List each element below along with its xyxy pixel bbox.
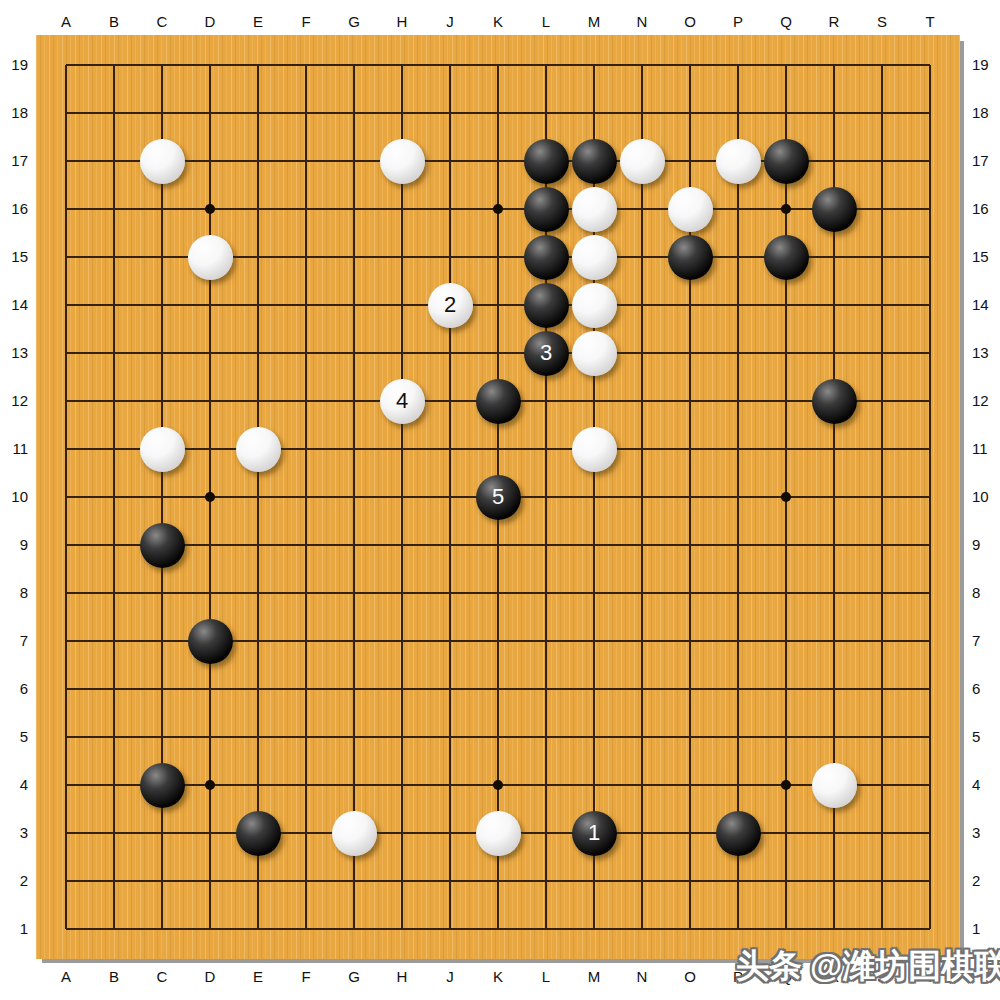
intersection-E2[interactable] xyxy=(234,857,282,905)
intersection-E15[interactable] xyxy=(234,233,282,281)
intersection-S14[interactable] xyxy=(858,281,906,329)
intersection-P10[interactable] xyxy=(714,473,762,521)
intersection-P4[interactable] xyxy=(714,761,762,809)
intersection-F18[interactable] xyxy=(282,89,330,137)
intersection-Q7[interactable] xyxy=(762,617,810,665)
intersection-Q15[interactable] xyxy=(762,233,810,281)
intersection-Q19[interactable] xyxy=(762,41,810,89)
intersection-H19[interactable] xyxy=(378,41,426,89)
intersection-G8[interactable] xyxy=(330,569,378,617)
intersection-C15[interactable] xyxy=(138,233,186,281)
intersection-B14[interactable] xyxy=(90,281,138,329)
intersection-N19[interactable] xyxy=(618,41,666,89)
intersection-D18[interactable] xyxy=(186,89,234,137)
intersection-R4[interactable] xyxy=(810,761,858,809)
intersection-L8[interactable] xyxy=(522,569,570,617)
intersection-N4[interactable] xyxy=(618,761,666,809)
intersection-D9[interactable] xyxy=(186,521,234,569)
intersection-H8[interactable] xyxy=(378,569,426,617)
intersection-Q6[interactable] xyxy=(762,665,810,713)
intersection-B10[interactable] xyxy=(90,473,138,521)
intersection-R3[interactable] xyxy=(810,809,858,857)
intersection-Q12[interactable] xyxy=(762,377,810,425)
intersection-C5[interactable] xyxy=(138,713,186,761)
intersection-T15[interactable] xyxy=(906,233,954,281)
intersection-F11[interactable] xyxy=(282,425,330,473)
intersection-S17[interactable] xyxy=(858,137,906,185)
intersection-L5[interactable] xyxy=(522,713,570,761)
intersection-M3[interactable]: 1 xyxy=(570,809,618,857)
intersection-R2[interactable] xyxy=(810,857,858,905)
intersection-T7[interactable] xyxy=(906,617,954,665)
intersection-N5[interactable] xyxy=(618,713,666,761)
intersection-Q10[interactable] xyxy=(762,473,810,521)
intersection-N18[interactable] xyxy=(618,89,666,137)
intersection-T3[interactable] xyxy=(906,809,954,857)
intersection-T14[interactable] xyxy=(906,281,954,329)
intersection-J18[interactable] xyxy=(426,89,474,137)
intersection-J13[interactable] xyxy=(426,329,474,377)
intersection-F12[interactable] xyxy=(282,377,330,425)
intersection-A8[interactable] xyxy=(42,569,90,617)
intersection-D1[interactable] xyxy=(186,905,234,953)
intersection-E12[interactable] xyxy=(234,377,282,425)
intersection-G10[interactable] xyxy=(330,473,378,521)
intersection-C12[interactable] xyxy=(138,377,186,425)
intersection-A14[interactable] xyxy=(42,281,90,329)
intersection-R17[interactable] xyxy=(810,137,858,185)
intersection-G17[interactable] xyxy=(330,137,378,185)
intersection-N3[interactable] xyxy=(618,809,666,857)
intersection-D2[interactable] xyxy=(186,857,234,905)
intersection-G2[interactable] xyxy=(330,857,378,905)
intersection-R19[interactable] xyxy=(810,41,858,89)
intersection-K8[interactable] xyxy=(474,569,522,617)
intersection-Q17[interactable] xyxy=(762,137,810,185)
intersection-B5[interactable] xyxy=(90,713,138,761)
intersection-G9[interactable] xyxy=(330,521,378,569)
intersection-M17[interactable] xyxy=(570,137,618,185)
intersection-F14[interactable] xyxy=(282,281,330,329)
intersection-Q5[interactable] xyxy=(762,713,810,761)
intersection-C6[interactable] xyxy=(138,665,186,713)
intersection-L2[interactable] xyxy=(522,857,570,905)
intersection-H13[interactable] xyxy=(378,329,426,377)
intersection-T4[interactable] xyxy=(906,761,954,809)
intersection-K14[interactable] xyxy=(474,281,522,329)
intersection-B7[interactable] xyxy=(90,617,138,665)
intersection-L9[interactable] xyxy=(522,521,570,569)
intersection-K16[interactable] xyxy=(474,185,522,233)
intersection-S13[interactable] xyxy=(858,329,906,377)
intersection-F17[interactable] xyxy=(282,137,330,185)
intersection-O8[interactable] xyxy=(666,569,714,617)
intersection-E8[interactable] xyxy=(234,569,282,617)
intersection-O11[interactable] xyxy=(666,425,714,473)
intersection-P17[interactable] xyxy=(714,137,762,185)
intersection-A12[interactable] xyxy=(42,377,90,425)
intersection-L3[interactable] xyxy=(522,809,570,857)
intersection-S8[interactable] xyxy=(858,569,906,617)
intersection-O6[interactable] xyxy=(666,665,714,713)
intersection-S16[interactable] xyxy=(858,185,906,233)
intersection-L17[interactable] xyxy=(522,137,570,185)
intersection-L19[interactable] xyxy=(522,41,570,89)
intersection-R11[interactable] xyxy=(810,425,858,473)
intersection-E7[interactable] xyxy=(234,617,282,665)
intersection-H2[interactable] xyxy=(378,857,426,905)
intersection-J2[interactable] xyxy=(426,857,474,905)
intersection-N17[interactable] xyxy=(618,137,666,185)
intersection-B2[interactable] xyxy=(90,857,138,905)
intersection-H15[interactable] xyxy=(378,233,426,281)
intersection-H6[interactable] xyxy=(378,665,426,713)
intersection-J19[interactable] xyxy=(426,41,474,89)
intersection-K1[interactable] xyxy=(474,905,522,953)
intersection-A16[interactable] xyxy=(42,185,90,233)
intersection-E18[interactable] xyxy=(234,89,282,137)
intersection-R18[interactable] xyxy=(810,89,858,137)
intersection-K12[interactable] xyxy=(474,377,522,425)
intersection-J9[interactable] xyxy=(426,521,474,569)
intersection-B1[interactable] xyxy=(90,905,138,953)
intersection-J16[interactable] xyxy=(426,185,474,233)
intersection-A15[interactable] xyxy=(42,233,90,281)
intersection-K10[interactable]: 5 xyxy=(474,473,522,521)
intersection-F2[interactable] xyxy=(282,857,330,905)
intersection-S4[interactable] xyxy=(858,761,906,809)
intersection-O16[interactable] xyxy=(666,185,714,233)
intersection-J3[interactable] xyxy=(426,809,474,857)
intersection-Q8[interactable] xyxy=(762,569,810,617)
intersection-T9[interactable] xyxy=(906,521,954,569)
intersection-P11[interactable] xyxy=(714,425,762,473)
intersection-S19[interactable] xyxy=(858,41,906,89)
intersection-A3[interactable] xyxy=(42,809,90,857)
intersection-L12[interactable] xyxy=(522,377,570,425)
intersection-H12[interactable]: 4 xyxy=(378,377,426,425)
intersection-T18[interactable] xyxy=(906,89,954,137)
intersection-L15[interactable] xyxy=(522,233,570,281)
intersection-O5[interactable] xyxy=(666,713,714,761)
intersection-F15[interactable] xyxy=(282,233,330,281)
intersection-M6[interactable] xyxy=(570,665,618,713)
intersection-O9[interactable] xyxy=(666,521,714,569)
intersection-T12[interactable] xyxy=(906,377,954,425)
intersection-R15[interactable] xyxy=(810,233,858,281)
intersection-G4[interactable] xyxy=(330,761,378,809)
intersection-O10[interactable] xyxy=(666,473,714,521)
intersection-J1[interactable] xyxy=(426,905,474,953)
intersection-L18[interactable] xyxy=(522,89,570,137)
intersection-E4[interactable] xyxy=(234,761,282,809)
intersection-Q13[interactable] xyxy=(762,329,810,377)
intersection-H18[interactable] xyxy=(378,89,426,137)
intersection-S5[interactable] xyxy=(858,713,906,761)
intersection-M13[interactable] xyxy=(570,329,618,377)
intersection-H16[interactable] xyxy=(378,185,426,233)
intersection-F19[interactable] xyxy=(282,41,330,89)
intersection-E9[interactable] xyxy=(234,521,282,569)
intersection-S3[interactable] xyxy=(858,809,906,857)
intersection-A10[interactable] xyxy=(42,473,90,521)
intersection-F4[interactable] xyxy=(282,761,330,809)
intersection-O13[interactable] xyxy=(666,329,714,377)
intersection-B19[interactable] xyxy=(90,41,138,89)
intersection-D11[interactable] xyxy=(186,425,234,473)
intersection-A11[interactable] xyxy=(42,425,90,473)
intersection-B11[interactable] xyxy=(90,425,138,473)
intersection-D8[interactable] xyxy=(186,569,234,617)
intersection-A9[interactable] xyxy=(42,521,90,569)
intersection-J7[interactable] xyxy=(426,617,474,665)
intersection-D17[interactable] xyxy=(186,137,234,185)
intersection-E13[interactable] xyxy=(234,329,282,377)
intersection-Q4[interactable] xyxy=(762,761,810,809)
intersection-N16[interactable] xyxy=(618,185,666,233)
intersection-M15[interactable] xyxy=(570,233,618,281)
intersection-C10[interactable] xyxy=(138,473,186,521)
intersection-S2[interactable] xyxy=(858,857,906,905)
intersection-C1[interactable] xyxy=(138,905,186,953)
intersection-F10[interactable] xyxy=(282,473,330,521)
intersection-O14[interactable] xyxy=(666,281,714,329)
intersection-E14[interactable] xyxy=(234,281,282,329)
intersection-L10[interactable] xyxy=(522,473,570,521)
intersection-O7[interactable] xyxy=(666,617,714,665)
intersection-Q16[interactable] xyxy=(762,185,810,233)
intersection-G5[interactable] xyxy=(330,713,378,761)
intersection-D15[interactable] xyxy=(186,233,234,281)
intersection-S11[interactable] xyxy=(858,425,906,473)
intersection-M16[interactable] xyxy=(570,185,618,233)
intersection-M9[interactable] xyxy=(570,521,618,569)
intersection-N15[interactable] xyxy=(618,233,666,281)
intersection-D4[interactable] xyxy=(186,761,234,809)
intersection-D10[interactable] xyxy=(186,473,234,521)
intersection-C16[interactable] xyxy=(138,185,186,233)
intersection-K15[interactable] xyxy=(474,233,522,281)
intersection-M1[interactable] xyxy=(570,905,618,953)
intersection-E5[interactable] xyxy=(234,713,282,761)
intersection-M12[interactable] xyxy=(570,377,618,425)
intersection-E19[interactable] xyxy=(234,41,282,89)
intersection-A7[interactable] xyxy=(42,617,90,665)
intersection-A2[interactable] xyxy=(42,857,90,905)
intersection-M5[interactable] xyxy=(570,713,618,761)
intersection-M2[interactable] xyxy=(570,857,618,905)
intersection-Q18[interactable] xyxy=(762,89,810,137)
intersection-F5[interactable] xyxy=(282,713,330,761)
intersection-C8[interactable] xyxy=(138,569,186,617)
intersection-M4[interactable] xyxy=(570,761,618,809)
intersection-K2[interactable] xyxy=(474,857,522,905)
intersection-N7[interactable] xyxy=(618,617,666,665)
intersection-G13[interactable] xyxy=(330,329,378,377)
intersection-D13[interactable] xyxy=(186,329,234,377)
intersection-A19[interactable] xyxy=(42,41,90,89)
intersection-T19[interactable] xyxy=(906,41,954,89)
intersection-N11[interactable] xyxy=(618,425,666,473)
intersection-A5[interactable] xyxy=(42,713,90,761)
intersection-J14[interactable]: 2 xyxy=(426,281,474,329)
intersection-P18[interactable] xyxy=(714,89,762,137)
intersection-R13[interactable] xyxy=(810,329,858,377)
intersection-N10[interactable] xyxy=(618,473,666,521)
intersection-G1[interactable] xyxy=(330,905,378,953)
intersection-N1[interactable] xyxy=(618,905,666,953)
intersection-C17[interactable] xyxy=(138,137,186,185)
intersection-C4[interactable] xyxy=(138,761,186,809)
intersection-P14[interactable] xyxy=(714,281,762,329)
intersection-N2[interactable] xyxy=(618,857,666,905)
intersection-T6[interactable] xyxy=(906,665,954,713)
intersection-E17[interactable] xyxy=(234,137,282,185)
intersection-B8[interactable] xyxy=(90,569,138,617)
intersection-O1[interactable] xyxy=(666,905,714,953)
intersection-T11[interactable] xyxy=(906,425,954,473)
intersection-H7[interactable] xyxy=(378,617,426,665)
intersection-H11[interactable] xyxy=(378,425,426,473)
intersection-L7[interactable] xyxy=(522,617,570,665)
intersection-F3[interactable] xyxy=(282,809,330,857)
intersection-B16[interactable] xyxy=(90,185,138,233)
intersection-K13[interactable] xyxy=(474,329,522,377)
intersection-R5[interactable] xyxy=(810,713,858,761)
intersection-N8[interactable] xyxy=(618,569,666,617)
intersection-T2[interactable] xyxy=(906,857,954,905)
intersection-C11[interactable] xyxy=(138,425,186,473)
intersection-F6[interactable] xyxy=(282,665,330,713)
intersection-K5[interactable] xyxy=(474,713,522,761)
intersection-N13[interactable] xyxy=(618,329,666,377)
intersection-B15[interactable] xyxy=(90,233,138,281)
intersection-L4[interactable] xyxy=(522,761,570,809)
intersection-P6[interactable] xyxy=(714,665,762,713)
intersection-M10[interactable] xyxy=(570,473,618,521)
intersection-H4[interactable] xyxy=(378,761,426,809)
intersection-F8[interactable] xyxy=(282,569,330,617)
intersection-H10[interactable] xyxy=(378,473,426,521)
intersection-K3[interactable] xyxy=(474,809,522,857)
intersection-B9[interactable] xyxy=(90,521,138,569)
intersection-M19[interactable] xyxy=(570,41,618,89)
intersection-A17[interactable] xyxy=(42,137,90,185)
intersection-P19[interactable] xyxy=(714,41,762,89)
intersection-C18[interactable] xyxy=(138,89,186,137)
intersection-A4[interactable] xyxy=(42,761,90,809)
intersection-L14[interactable] xyxy=(522,281,570,329)
intersection-M18[interactable] xyxy=(570,89,618,137)
intersection-K11[interactable] xyxy=(474,425,522,473)
intersection-E10[interactable] xyxy=(234,473,282,521)
intersection-P8[interactable] xyxy=(714,569,762,617)
intersection-Q3[interactable] xyxy=(762,809,810,857)
intersection-C3[interactable] xyxy=(138,809,186,857)
intersection-G15[interactable] xyxy=(330,233,378,281)
intersection-P16[interactable] xyxy=(714,185,762,233)
intersection-C13[interactable] xyxy=(138,329,186,377)
intersection-C14[interactable] xyxy=(138,281,186,329)
intersection-R14[interactable] xyxy=(810,281,858,329)
intersection-E3[interactable] xyxy=(234,809,282,857)
intersection-N6[interactable] xyxy=(618,665,666,713)
intersection-C2[interactable] xyxy=(138,857,186,905)
intersection-Q11[interactable] xyxy=(762,425,810,473)
intersection-J5[interactable] xyxy=(426,713,474,761)
intersection-S15[interactable] xyxy=(858,233,906,281)
intersection-B18[interactable] xyxy=(90,89,138,137)
intersection-H17[interactable] xyxy=(378,137,426,185)
intersection-R8[interactable] xyxy=(810,569,858,617)
intersection-B4[interactable] xyxy=(90,761,138,809)
intersection-K17[interactable] xyxy=(474,137,522,185)
intersection-R7[interactable] xyxy=(810,617,858,665)
intersection-J15[interactable] xyxy=(426,233,474,281)
intersection-S7[interactable] xyxy=(858,617,906,665)
intersection-L11[interactable] xyxy=(522,425,570,473)
intersection-D19[interactable] xyxy=(186,41,234,89)
intersection-F9[interactable] xyxy=(282,521,330,569)
intersection-S10[interactable] xyxy=(858,473,906,521)
intersection-E1[interactable] xyxy=(234,905,282,953)
intersection-P15[interactable] xyxy=(714,233,762,281)
intersection-D6[interactable] xyxy=(186,665,234,713)
intersection-A1[interactable] xyxy=(42,905,90,953)
intersection-S12[interactable] xyxy=(858,377,906,425)
intersection-P7[interactable] xyxy=(714,617,762,665)
intersection-R10[interactable] xyxy=(810,473,858,521)
intersection-C9[interactable] xyxy=(138,521,186,569)
intersection-B12[interactable] xyxy=(90,377,138,425)
intersection-J4[interactable] xyxy=(426,761,474,809)
intersection-T5[interactable] xyxy=(906,713,954,761)
intersection-Q14[interactable] xyxy=(762,281,810,329)
intersection-P5[interactable] xyxy=(714,713,762,761)
intersection-D12[interactable] xyxy=(186,377,234,425)
intersection-F13[interactable] xyxy=(282,329,330,377)
intersection-J11[interactable] xyxy=(426,425,474,473)
intersection-R16[interactable] xyxy=(810,185,858,233)
intersection-K4[interactable] xyxy=(474,761,522,809)
intersection-G11[interactable] xyxy=(330,425,378,473)
intersection-P2[interactable] xyxy=(714,857,762,905)
intersection-G16[interactable] xyxy=(330,185,378,233)
intersection-E6[interactable] xyxy=(234,665,282,713)
intersection-N9[interactable] xyxy=(618,521,666,569)
intersection-J8[interactable] xyxy=(426,569,474,617)
intersection-A18[interactable] xyxy=(42,89,90,137)
intersection-D16[interactable] xyxy=(186,185,234,233)
intersection-F1[interactable] xyxy=(282,905,330,953)
intersection-J6[interactable] xyxy=(426,665,474,713)
intersection-O12[interactable] xyxy=(666,377,714,425)
intersection-R6[interactable] xyxy=(810,665,858,713)
intersection-G3[interactable] xyxy=(330,809,378,857)
intersection-P3[interactable] xyxy=(714,809,762,857)
intersection-G14[interactable] xyxy=(330,281,378,329)
intersection-K9[interactable] xyxy=(474,521,522,569)
intersection-P9[interactable] xyxy=(714,521,762,569)
intersection-M8[interactable] xyxy=(570,569,618,617)
intersection-P13[interactable] xyxy=(714,329,762,377)
intersection-D7[interactable] xyxy=(186,617,234,665)
intersection-B13[interactable] xyxy=(90,329,138,377)
intersection-K18[interactable] xyxy=(474,89,522,137)
intersection-H14[interactable] xyxy=(378,281,426,329)
intersection-T13[interactable] xyxy=(906,329,954,377)
intersection-D5[interactable] xyxy=(186,713,234,761)
